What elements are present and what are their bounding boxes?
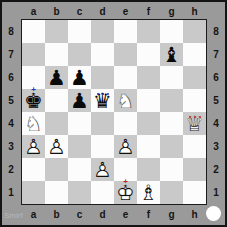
square-e8[interactable] [114,20,137,43]
square-h3[interactable] [183,135,206,158]
square-g7[interactable]: ♝ [160,43,183,66]
square-a1[interactable] [22,181,45,204]
file-label-a: a [22,3,45,19]
square-a5[interactable]: ♚+ [22,89,45,112]
piece-white-knight[interactable]: ♞♘ [114,89,137,112]
piece-white-pawn[interactable]: ♟♙ [45,135,68,158]
file-label-d: d [91,3,114,19]
rank-label-7: 7 [2,43,20,66]
rank-label-6: 6 [2,66,20,89]
square-g3[interactable] [160,135,183,158]
side-to-move-indicator-white [206,206,221,221]
file-label-h: h [183,206,206,222]
black-pawn-glyph: ♟ [68,89,91,112]
square-f8[interactable] [137,20,160,43]
square-g1[interactable] [160,181,183,204]
square-d1[interactable] [91,181,114,204]
file-label-e: e [114,3,137,19]
square-c6[interactable]: ♟ [68,66,91,89]
white-pawn-glyph: ♙ [45,135,68,158]
square-a2[interactable] [22,158,45,181]
square-b6[interactable]: ♟ [45,66,68,89]
square-h6[interactable] [183,66,206,89]
square-f4[interactable] [137,112,160,135]
square-f2[interactable] [137,158,160,181]
chess-diagram: abcdefgh abcdefgh 87654321 87654321 ♝♟♟♚… [0,0,227,227]
piece-white-bishop[interactable]: ♝♗ [137,181,160,204]
black-pawn-glyph: ♟ [45,66,68,89]
black-queen-glyph: ♛ [91,89,114,112]
square-b8[interactable] [45,20,68,43]
square-a4[interactable]: ♞♘ [22,112,45,135]
square-c1[interactable] [68,181,91,204]
rank-label-4: 4 [2,112,20,135]
square-c3[interactable] [68,135,91,158]
piece-black-queen[interactable]: ♛ [91,89,114,112]
white-pawn-glyph: ♙ [22,135,45,158]
rank-label-3: 3 [207,135,225,158]
white-pawn-fill-layer: ♟ [91,158,114,181]
square-h8[interactable] [183,20,206,43]
square-a7[interactable] [22,43,45,66]
piece-black-bishop[interactable]: ♝ [160,43,183,66]
square-d2[interactable]: ♟♙ [91,158,114,181]
square-b7[interactable] [45,43,68,66]
piece-white-knight[interactable]: ♞♘ [22,112,45,135]
white-knight-glyph: ♘ [22,112,45,135]
black-king-glyph: ♚ [22,89,45,112]
piece-white-queen[interactable]: ♛♕ [183,112,206,135]
white-king-fill-layer: ♚ [114,181,137,204]
square-a3[interactable]: ♟♙ [22,135,45,158]
rank-labels-right: 87654321 [207,20,225,204]
white-bishop-fill-layer: ♝ [137,181,160,204]
file-label-e: e [114,206,137,222]
piece-black-king[interactable]: ♚+ [22,89,45,112]
white-knight-fill-layer: ♞ [22,112,45,135]
white-pawn-glyph: ♙ [114,135,137,158]
square-g5[interactable] [160,89,183,112]
square-b4[interactable] [45,112,68,135]
red-dots-accent [194,116,196,118]
white-knight-fill-layer: ♞ [114,89,137,112]
rank-label-8: 8 [207,20,225,43]
square-e4[interactable] [114,112,137,135]
square-d7[interactable] [91,43,114,66]
file-label-a: a [22,206,45,222]
square-g6[interactable] [160,66,183,89]
square-g2[interactable] [160,158,183,181]
square-g8[interactable] [160,20,183,43]
file-label-g: g [160,206,183,222]
square-b2[interactable] [45,158,68,181]
watermark: Smirf [4,211,23,220]
black-bishop-glyph: ♝ [160,43,183,66]
file-label-d: d [91,206,114,222]
file-label-g: g [160,3,183,19]
rank-label-1: 1 [207,181,225,204]
rank-label-8: 8 [2,20,20,43]
rank-label-1: 1 [2,181,20,204]
square-d6[interactable] [91,66,114,89]
file-label-c: c [68,206,91,222]
white-pawn-fill-layer: ♟ [114,135,137,158]
square-e1[interactable]: ♚♔+ [114,181,137,204]
piece-black-pawn[interactable]: ♟ [68,89,91,112]
piece-white-king[interactable]: ♚♔+ [114,181,137,204]
white-queen-glyph: ♕ [183,112,206,135]
square-h4[interactable]: ♛♕ [183,112,206,135]
square-b5[interactable] [45,89,68,112]
rank-labels-left: 87654321 [2,20,20,204]
white-queen-fill-layer: ♛ [183,112,206,135]
file-label-h: h [183,3,206,19]
rank-label-3: 3 [2,135,20,158]
file-label-f: f [137,3,160,19]
file-labels-bottom: abcdefgh [22,206,206,222]
file-labels-top: abcdefgh [22,3,206,19]
square-d3[interactable] [91,135,114,158]
square-h5[interactable] [183,89,206,112]
rank-label-5: 5 [207,89,225,112]
square-f1[interactable]: ♝♗ [137,181,160,204]
file-label-b: b [45,206,68,222]
square-c8[interactable] [68,20,91,43]
square-d5[interactable]: ♛ [91,89,114,112]
square-h7[interactable] [183,43,206,66]
piece-white-pawn[interactable]: ♟♙ [22,135,45,158]
piece-black-pawn[interactable]: ♟ [45,66,68,89]
square-a6[interactable] [22,66,45,89]
square-b3[interactable]: ♟♙ [45,135,68,158]
black-pawn-glyph: ♟ [68,66,91,89]
rank-label-4: 4 [207,112,225,135]
square-b1[interactable] [45,181,68,204]
file-label-b: b [45,3,68,19]
square-e7[interactable] [114,43,137,66]
blue-dots-accent [102,93,104,95]
square-c4[interactable] [68,112,91,135]
rank-label-2: 2 [2,158,20,181]
white-knight-glyph: ♘ [114,89,137,112]
piece-white-pawn[interactable]: ♟♙ [91,158,114,181]
square-f6[interactable] [137,66,160,89]
white-pawn-glyph: ♙ [91,158,114,181]
square-e6[interactable] [114,66,137,89]
square-h2[interactable] [183,158,206,181]
white-bishop-glyph: ♗ [137,181,160,204]
rank-label-2: 2 [207,158,225,181]
square-c7[interactable] [68,43,91,66]
square-d4[interactable] [91,112,114,135]
piece-white-pawn[interactable]: ♟♙ [114,135,137,158]
square-f5[interactable] [137,89,160,112]
square-c2[interactable] [68,158,91,181]
square-g4[interactable] [160,112,183,135]
rank-label-7: 7 [207,43,225,66]
square-e3[interactable]: ♟♙ [114,135,137,158]
square-f7[interactable] [137,43,160,66]
square-h1[interactable] [183,181,206,204]
square-d8[interactable] [91,20,114,43]
board: ♝♟♟♚+♟♛♞♘♞♘♛♕♟♙♟♙♟♙♟♙♚♔+♝♗ [21,19,207,205]
white-king-glyph: ♔ [114,181,137,204]
file-label-f: f [137,206,160,222]
rank-label-5: 5 [2,89,20,112]
square-c5[interactable]: ♟ [68,89,91,112]
piece-black-pawn[interactable]: ♟ [68,66,91,89]
white-pawn-fill-layer: ♟ [22,135,45,158]
square-e5[interactable]: ♞♘ [114,89,137,112]
rank-label-6: 6 [207,66,225,89]
square-f3[interactable] [137,135,160,158]
file-label-c: c [68,3,91,19]
white-pawn-fill-layer: ♟ [45,135,68,158]
square-a8[interactable] [22,20,45,43]
square-e2[interactable] [114,158,137,181]
